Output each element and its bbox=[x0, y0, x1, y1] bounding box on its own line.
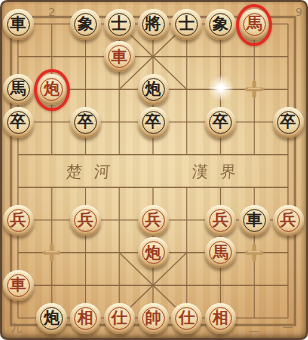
piece-glyph: 炮 bbox=[142, 241, 165, 264]
board-grid bbox=[0, 0, 308, 340]
piece-glyph: 象 bbox=[209, 13, 232, 36]
piece-black-馬[interactable]: 馬 bbox=[3, 74, 34, 105]
piece-black-象[interactable]: 象 bbox=[205, 9, 236, 40]
piece-black-炮[interactable]: 炮 bbox=[138, 74, 169, 105]
piece-glyph: 兵 bbox=[277, 209, 300, 232]
sparkle-effect bbox=[206, 73, 236, 103]
top-file-label: 2 bbox=[48, 6, 55, 19]
piece-glyph: 車 bbox=[7, 13, 30, 36]
river-label-right: 漢界 bbox=[191, 162, 248, 182]
piece-black-卒[interactable]: 卒 bbox=[70, 107, 101, 138]
piece-glyph: 卒 bbox=[209, 111, 232, 134]
red-highlight-circle bbox=[236, 4, 272, 46]
piece-black-將[interactable]: 將 bbox=[138, 9, 169, 40]
piece-red-兵[interactable]: 兵 bbox=[70, 205, 101, 236]
piece-red-馬[interactable]: 馬 bbox=[205, 237, 236, 268]
piece-black-卒[interactable]: 卒 bbox=[273, 107, 304, 138]
xiangqi-board-screen: 楚河 漢界 29九二一 車象士將士象馬車馬炮炮卒卒卒卒卒兵兵兵兵車兵炮馬車炮相仕… bbox=[0, 0, 308, 340]
piece-glyph: 卒 bbox=[7, 111, 30, 134]
piece-black-車[interactable]: 車 bbox=[239, 205, 270, 236]
piece-glyph: 車 bbox=[108, 45, 131, 68]
piece-glyph: 馬 bbox=[209, 241, 232, 264]
piece-glyph: 馬 bbox=[7, 78, 30, 101]
piece-red-相[interactable]: 相 bbox=[70, 303, 101, 334]
river-label-left: 楚河 bbox=[65, 162, 122, 182]
piece-glyph: 卒 bbox=[277, 111, 300, 134]
piece-glyph: 卒 bbox=[142, 111, 165, 134]
piece-black-卒[interactable]: 卒 bbox=[3, 107, 34, 138]
piece-black-炮[interactable]: 炮 bbox=[36, 303, 67, 334]
piece-glyph: 仕 bbox=[108, 307, 131, 330]
piece-glyph: 車 bbox=[243, 209, 266, 232]
piece-glyph: 象 bbox=[74, 13, 97, 36]
piece-glyph: 相 bbox=[209, 307, 232, 330]
piece-black-士[interactable]: 士 bbox=[104, 9, 135, 40]
piece-red-仕[interactable]: 仕 bbox=[104, 303, 135, 334]
piece-glyph: 士 bbox=[175, 13, 198, 36]
piece-glyph: 帥 bbox=[142, 307, 165, 330]
piece-black-卒[interactable]: 卒 bbox=[138, 107, 169, 138]
piece-glyph: 仕 bbox=[175, 307, 198, 330]
piece-red-兵[interactable]: 兵 bbox=[205, 205, 236, 236]
red-highlight-circle bbox=[34, 69, 70, 111]
piece-red-兵[interactable]: 兵 bbox=[138, 205, 169, 236]
piece-black-象[interactable]: 象 bbox=[70, 9, 101, 40]
piece-glyph: 將 bbox=[142, 13, 165, 36]
sparkle-ray-v bbox=[220, 75, 222, 101]
piece-glyph: 卒 bbox=[74, 111, 97, 134]
bottom-file-label: 一 bbox=[283, 321, 294, 336]
piece-red-車[interactable]: 車 bbox=[104, 41, 135, 72]
piece-glyph: 兵 bbox=[209, 209, 232, 232]
piece-red-兵[interactable]: 兵 bbox=[3, 205, 34, 236]
top-file-label: 9 bbox=[296, 6, 303, 19]
piece-red-炮[interactable]: 炮 bbox=[138, 237, 169, 268]
piece-glyph: 兵 bbox=[74, 209, 97, 232]
piece-black-車[interactable]: 車 bbox=[3, 9, 34, 40]
piece-red-車[interactable]: 車 bbox=[3, 270, 34, 301]
piece-glyph: 炮 bbox=[142, 78, 165, 101]
piece-red-仕[interactable]: 仕 bbox=[171, 303, 202, 334]
bottom-file-label: 二 bbox=[249, 321, 260, 336]
piece-red-帥[interactable]: 帥 bbox=[138, 303, 169, 334]
piece-glyph: 兵 bbox=[7, 209, 30, 232]
piece-red-相[interactable]: 相 bbox=[205, 303, 236, 334]
piece-black-士[interactable]: 士 bbox=[171, 9, 202, 40]
piece-glyph: 相 bbox=[74, 307, 97, 330]
piece-red-兵[interactable]: 兵 bbox=[273, 205, 304, 236]
piece-black-卒[interactable]: 卒 bbox=[205, 107, 236, 138]
piece-glyph: 士 bbox=[108, 13, 131, 36]
piece-glyph: 車 bbox=[7, 274, 30, 297]
piece-glyph: 兵 bbox=[142, 209, 165, 232]
bottom-file-label: 九 bbox=[11, 321, 22, 336]
piece-glyph: 炮 bbox=[40, 307, 63, 330]
